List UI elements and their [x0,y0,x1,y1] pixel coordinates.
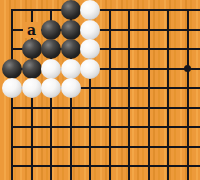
stone-white [22,78,42,98]
board-gridline-horizontal [11,126,200,128]
board-gridline-horizontal [11,107,200,109]
point-label-a: a [25,23,39,37]
stone-black [22,39,42,59]
stone-white [80,39,100,59]
star-point-icon [184,65,191,72]
go-board[interactable]: a [0,0,200,180]
stone-black [61,0,81,20]
stone-black [61,20,81,40]
stone-white [80,20,100,40]
board-gridline-vertical [128,9,130,180]
board-gridline-vertical [187,9,189,180]
stone-black [22,59,42,79]
board-gridline-vertical [167,9,169,180]
stone-black [2,59,22,79]
stone-black [61,39,81,59]
stone-white [41,78,61,98]
stone-white [2,78,22,98]
stone-white [80,59,100,79]
board-gridline-vertical [109,9,111,180]
stone-black [41,20,61,40]
board-gridline-horizontal [11,165,200,167]
board-gridline-horizontal [11,9,200,11]
board-gridline-horizontal [11,146,200,148]
stone-white [80,0,100,20]
stone-black [41,39,61,59]
stone-white [41,59,61,79]
stone-white [61,78,81,98]
board-gridline-vertical [148,9,150,180]
stone-white [61,59,81,79]
